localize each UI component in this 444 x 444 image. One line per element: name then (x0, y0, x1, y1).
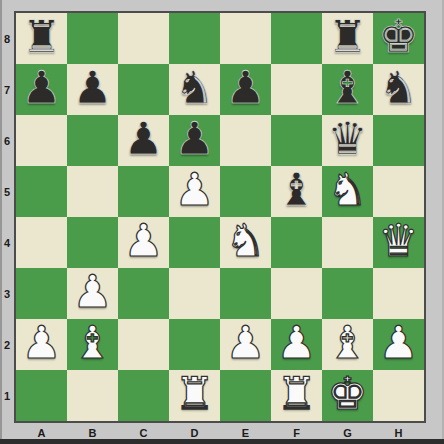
file-label-a: A (16, 426, 67, 440)
square-e3[interactable] (220, 268, 271, 319)
square-b3[interactable]: ♟ (67, 268, 118, 319)
square-c6[interactable]: ♟ (118, 115, 169, 166)
square-d1[interactable]: ♜ (169, 370, 220, 421)
square-e2[interactable]: ♟ (220, 319, 271, 370)
square-b6[interactable] (67, 115, 118, 166)
rank-label-2: 2 (0, 319, 14, 370)
piece-white-queen[interactable]: ♛ (378, 218, 418, 263)
file-label-h: H (373, 426, 424, 440)
square-h4[interactable]: ♛ (373, 217, 424, 268)
piece-black-knight[interactable]: ♞ (378, 65, 418, 110)
file-label-d: D (169, 426, 220, 440)
square-g5[interactable]: ♞ (322, 166, 373, 217)
square-f6[interactable] (271, 115, 322, 166)
piece-white-pawn[interactable]: ♟ (123, 218, 163, 263)
square-a2[interactable]: ♟ (16, 319, 67, 370)
chess-board-window: 87654321 ♜♜♚♟♟♞♟♝♞♟♟♛♟♝♞♟♞♛♟♟♝♟♟♝♟♜♜♚ AB… (0, 0, 444, 444)
file-label-e: E (220, 426, 271, 440)
square-d5[interactable]: ♟ (169, 166, 220, 217)
square-e8[interactable] (220, 13, 271, 64)
square-e6[interactable] (220, 115, 271, 166)
square-g4[interactable] (322, 217, 373, 268)
piece-black-rook[interactable]: ♜ (327, 14, 367, 59)
square-e7[interactable]: ♟ (220, 64, 271, 115)
square-g1[interactable]: ♚ (322, 370, 373, 421)
piece-white-knight[interactable]: ♞ (327, 167, 367, 212)
square-f3[interactable] (271, 268, 322, 319)
square-a5[interactable] (16, 166, 67, 217)
square-b1[interactable] (67, 370, 118, 421)
square-h1[interactable] (373, 370, 424, 421)
square-c2[interactable] (118, 319, 169, 370)
piece-white-pawn[interactable]: ♟ (378, 320, 418, 365)
file-label-f: F (271, 426, 322, 440)
file-label-c: C (118, 426, 169, 440)
square-d7[interactable]: ♞ (169, 64, 220, 115)
square-a3[interactable] (16, 268, 67, 319)
square-c5[interactable] (118, 166, 169, 217)
piece-black-pawn[interactable]: ♟ (21, 65, 61, 110)
square-d6[interactable]: ♟ (169, 115, 220, 166)
square-e5[interactable] (220, 166, 271, 217)
square-a6[interactable] (16, 115, 67, 166)
square-h5[interactable] (373, 166, 424, 217)
square-g7[interactable]: ♝ (322, 64, 373, 115)
rank-label-5: 5 (0, 166, 14, 217)
square-e4[interactable]: ♞ (220, 217, 271, 268)
piece-black-pawn[interactable]: ♟ (123, 116, 163, 161)
square-b8[interactable] (67, 13, 118, 64)
file-label-b: B (67, 426, 118, 440)
square-c8[interactable] (118, 13, 169, 64)
rank-label-6: 6 (0, 115, 14, 166)
square-f5[interactable]: ♝ (271, 166, 322, 217)
rank-label-7: 7 (0, 64, 14, 115)
square-f2[interactable]: ♟ (271, 319, 322, 370)
square-f8[interactable] (271, 13, 322, 64)
piece-black-king[interactable]: ♚ (378, 14, 418, 59)
piece-white-rook[interactable]: ♜ (276, 371, 316, 416)
piece-black-bishop[interactable]: ♝ (327, 65, 367, 110)
rank-coordinates: 87654321 (0, 13, 14, 421)
square-g6[interactable]: ♛ (322, 115, 373, 166)
piece-white-pawn[interactable]: ♟ (72, 269, 112, 314)
piece-white-rook[interactable]: ♜ (174, 371, 214, 416)
piece-black-pawn[interactable]: ♟ (225, 65, 265, 110)
square-d8[interactable] (169, 13, 220, 64)
piece-white-bishop[interactable]: ♝ (72, 320, 112, 365)
piece-black-rook[interactable]: ♜ (21, 14, 61, 59)
square-f7[interactable] (271, 64, 322, 115)
square-d3[interactable] (169, 268, 220, 319)
square-h6[interactable] (373, 115, 424, 166)
square-a7[interactable]: ♟ (16, 64, 67, 115)
file-coordinates: ABCDEFGH (16, 426, 424, 440)
piece-black-pawn[interactable]: ♟ (174, 116, 214, 161)
piece-white-king[interactable]: ♚ (327, 371, 367, 416)
piece-black-knight[interactable]: ♞ (174, 65, 214, 110)
file-label-g: G (322, 426, 373, 440)
square-a8[interactable]: ♜ (16, 13, 67, 64)
square-f4[interactable] (271, 217, 322, 268)
frame-bottom-edge (0, 439, 444, 444)
square-c3[interactable] (118, 268, 169, 319)
rank-label-3: 3 (0, 268, 14, 319)
piece-white-pawn[interactable]: ♟ (276, 320, 316, 365)
square-g2[interactable]: ♝ (322, 319, 373, 370)
square-g3[interactable] (322, 268, 373, 319)
square-a4[interactable] (16, 217, 67, 268)
square-b7[interactable]: ♟ (67, 64, 118, 115)
piece-white-knight[interactable]: ♞ (225, 218, 265, 263)
square-h8[interactable]: ♚ (373, 13, 424, 64)
square-c7[interactable] (118, 64, 169, 115)
chess-board: ♜♜♚♟♟♞♟♝♞♟♟♛♟♝♞♟♞♛♟♟♝♟♟♝♟♜♜♚ (14, 11, 426, 423)
square-c1[interactable] (118, 370, 169, 421)
square-d4[interactable] (169, 217, 220, 268)
square-b5[interactable] (67, 166, 118, 217)
rank-label-8: 8 (0, 13, 14, 64)
piece-white-pawn[interactable]: ♟ (174, 167, 214, 212)
square-h7[interactable]: ♞ (373, 64, 424, 115)
square-b2[interactable]: ♝ (67, 319, 118, 370)
square-h2[interactable]: ♟ (373, 319, 424, 370)
piece-black-bishop[interactable]: ♝ (276, 167, 316, 212)
square-f1[interactable]: ♜ (271, 370, 322, 421)
piece-black-queen[interactable]: ♛ (327, 116, 367, 161)
piece-white-pawn[interactable]: ♟ (21, 320, 61, 365)
rank-label-4: 4 (0, 217, 14, 268)
square-c4[interactable]: ♟ (118, 217, 169, 268)
square-e1[interactable] (220, 370, 271, 421)
piece-black-pawn[interactable]: ♟ (72, 65, 112, 110)
piece-white-bishop[interactable]: ♝ (327, 320, 367, 365)
square-d2[interactable] (169, 319, 220, 370)
piece-white-pawn[interactable]: ♟ (225, 320, 265, 365)
square-h3[interactable] (373, 268, 424, 319)
square-b4[interactable] (67, 217, 118, 268)
rank-label-1: 1 (0, 370, 14, 421)
square-g8[interactable]: ♜ (322, 13, 373, 64)
square-a1[interactable] (16, 370, 67, 421)
